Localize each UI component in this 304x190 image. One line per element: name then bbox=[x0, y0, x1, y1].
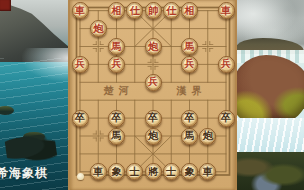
river-label-right: 漢界 bbox=[177, 84, 207, 98]
piece-black-cannon[interactable]: 炮 bbox=[199, 128, 216, 145]
piece-black-advisor[interactable]: 士 bbox=[163, 163, 180, 180]
piece-black-horse[interactable]: 馬 bbox=[181, 128, 198, 145]
piece-black-cannon[interactable]: 炮 bbox=[145, 128, 162, 145]
piece-red-soldier[interactable]: 兵 bbox=[145, 74, 162, 91]
right-landscape-photo bbox=[236, 0, 304, 190]
xiangqi-board[interactable]: 楚河 漢界 車相仕帥仕相車炮馬炮馬兵兵兵兵兵卒卒卒卒卒馬炮馬炮車象士將士象車 bbox=[68, 0, 237, 190]
piece-black-horse[interactable]: 馬 bbox=[108, 128, 125, 145]
piece-red-horse[interactable]: 馬 bbox=[108, 38, 125, 55]
move-origin-dot bbox=[77, 173, 84, 180]
piece-black-soldier[interactable]: 卒 bbox=[145, 110, 162, 127]
screen: 希海象棋 楚河 漢界 車相仕帥仕相車炮馬炮馬兵兵兵兵兵卒卒卒卒卒馬炮馬炮車象士將… bbox=[0, 0, 304, 190]
piece-red-general[interactable]: 帥 bbox=[145, 2, 162, 19]
piece-black-soldier[interactable]: 卒 bbox=[218, 110, 235, 127]
piece-black-soldier[interactable]: 卒 bbox=[72, 110, 89, 127]
piece-black-general[interactable]: 將 bbox=[145, 163, 162, 180]
piece-red-horse[interactable]: 馬 bbox=[181, 38, 198, 55]
river-label-left: 楚河 bbox=[104, 84, 134, 98]
piece-black-soldier[interactable]: 卒 bbox=[108, 110, 125, 127]
piece-red-cannon[interactable]: 炮 bbox=[90, 20, 107, 37]
shore-rocks bbox=[236, 152, 304, 190]
piece-black-chariot[interactable]: 車 bbox=[90, 163, 107, 180]
corner-logo bbox=[0, 0, 11, 11]
piece-red-advisor[interactable]: 仕 bbox=[163, 2, 180, 19]
piece-red-soldier[interactable]: 兵 bbox=[218, 56, 235, 73]
piece-red-soldier[interactable]: 兵 bbox=[108, 56, 125, 73]
mossy-rock bbox=[236, 55, 304, 127]
piece-red-soldier[interactable]: 兵 bbox=[181, 56, 198, 73]
piece-red-soldier[interactable]: 兵 bbox=[72, 56, 89, 73]
piece-red-chariot[interactable]: 車 bbox=[218, 2, 235, 19]
piece-red-cannon[interactable]: 炮 bbox=[145, 38, 162, 55]
app-watermark: 希海象棋 bbox=[0, 165, 56, 182]
left-landscape-photo: 希海象棋 bbox=[0, 0, 69, 190]
piece-red-chariot[interactable]: 車 bbox=[72, 2, 89, 19]
piece-black-soldier[interactable]: 卒 bbox=[181, 110, 198, 127]
